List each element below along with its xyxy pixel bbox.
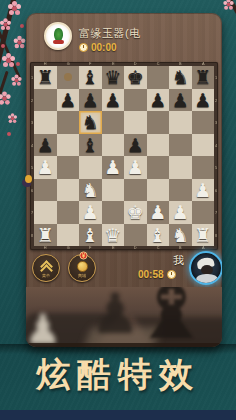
square-r8c7[interactable]: ♞	[169, 224, 192, 247]
white-knight[interactable]: ♞	[79, 179, 102, 202]
square-r7c1[interactable]	[34, 201, 57, 224]
white-pawn[interactable]: ♟	[34, 156, 57, 179]
game-panel: 富缘玉器(电 00:00 HGFEDCBA HGFEDCBA 12345678 …	[26, 13, 222, 347]
black-pawn[interactable]: ♟	[79, 89, 102, 112]
white-pawn[interactable]: ♟	[192, 179, 215, 202]
square-r5c6[interactable]	[147, 156, 170, 179]
white-bishop[interactable]: ♝	[79, 224, 102, 247]
square-r4c6[interactable]	[147, 134, 170, 157]
square-r7c6[interactable]: ♟	[147, 201, 170, 224]
black-pawn[interactable]: ♟	[192, 89, 215, 112]
square-r3c1[interactable]	[34, 111, 57, 134]
square-r3c4[interactable]	[102, 111, 125, 134]
square-r4c8[interactable]	[192, 134, 215, 157]
square-r7c8[interactable]	[192, 201, 215, 224]
white-pawn[interactable]: ♟	[102, 156, 125, 179]
square-r8c6[interactable]: ♝	[147, 224, 170, 247]
square-r1c7[interactable]: ♞	[169, 66, 192, 89]
square-r2c6[interactable]: ♟	[147, 89, 170, 112]
square-r3c8[interactable]	[192, 111, 215, 134]
square-r7c4[interactable]	[102, 201, 125, 224]
bottom-edge-strip	[0, 410, 236, 420]
square-r4c1[interactable]: ♟	[34, 134, 57, 157]
square-r2c3[interactable]: ♟	[79, 89, 102, 112]
square-r5c4[interactable]: ♟	[102, 156, 125, 179]
black-rook[interactable]: ♜	[192, 66, 215, 89]
square-r7c5[interactable]: ♚	[124, 201, 147, 224]
white-rook[interactable]: ♜	[192, 224, 215, 247]
square-r5c3[interactable]	[79, 156, 102, 179]
white-pawn[interactable]: ♟	[169, 201, 192, 224]
black-pawn[interactable]: ♟	[34, 134, 57, 157]
black-pawn[interactable]: ♟	[124, 134, 147, 157]
square-r2c5[interactable]	[124, 89, 147, 112]
opponent-clock: 00:00	[79, 42, 117, 53]
blurred-promo-scene: ♟ ♟ ♝	[26, 287, 222, 347]
coin-icon	[77, 261, 88, 272]
square-r8c5[interactable]	[124, 224, 147, 247]
square-r8c2[interactable]	[57, 224, 80, 247]
square-r5c1[interactable]: ♟	[34, 156, 57, 179]
black-bishop[interactable]: ♝	[79, 66, 102, 89]
white-pawn[interactable]: ♟	[79, 201, 102, 224]
white-bishop[interactable]: ♝	[147, 224, 170, 247]
black-bishop[interactable]: ♝	[79, 134, 102, 157]
chess-board: HGFEDCBA HGFEDCBA 12345678 12345678 ♜♝♛♚…	[30, 62, 218, 250]
white-knight[interactable]: ♞	[169, 224, 192, 247]
square-r2c8[interactable]: ♟	[192, 89, 215, 112]
square-r3c2[interactable]	[57, 111, 80, 134]
square-r7c3[interactable]: ♟	[79, 201, 102, 224]
last-move-from-dot	[64, 73, 72, 81]
black-rook[interactable]: ♜	[34, 66, 57, 89]
jade-base	[53, 40, 64, 44]
square-r6c2[interactable]	[57, 179, 80, 202]
square-r8c4[interactable]: ♛	[102, 224, 125, 247]
square-r1c3[interactable]: ♝	[79, 66, 102, 89]
square-r8c3[interactable]: ♝	[79, 224, 102, 247]
square-r8c8[interactable]: ♜	[192, 224, 215, 247]
square-r2c1[interactable]	[34, 89, 57, 112]
white-queen[interactable]: ♛	[102, 224, 125, 247]
square-r2c4[interactable]: ♟	[102, 89, 125, 112]
shop-button[interactable]: ¥ 商城	[68, 254, 96, 282]
square-r6c8[interactable]: ♟	[192, 179, 215, 202]
board-grid: ♜♝♛♚♞♜♟♟♟♟♟♟♞♟♝♟♟♟♟♞♟♟♚♟♟♜♝♛♝♞♜	[34, 66, 214, 246]
alarm-clock-icon	[79, 43, 88, 52]
black-knight[interactable]: ♞	[169, 66, 192, 89]
me-time: 00:58	[138, 269, 164, 280]
white-king[interactable]: ♚	[124, 201, 147, 224]
square-r8c1[interactable]: ♜	[34, 224, 57, 247]
square-r4c5[interactable]: ♟	[124, 134, 147, 157]
black-queen[interactable]: ♛	[102, 66, 125, 89]
square-r1c2[interactable]	[57, 66, 80, 89]
blurred-dark-bishop: ♝	[130, 287, 212, 347]
me-clock: 00:58	[138, 269, 176, 280]
opponent-avatar[interactable]	[44, 22, 72, 50]
file-labels-bottom: HGFEDCBA	[34, 246, 214, 250]
bird-ornament	[22, 175, 33, 188]
shop-button-label: 商城	[74, 273, 89, 279]
square-r2c2[interactable]: ♟	[57, 89, 80, 112]
square-r7c7[interactable]: ♟	[169, 201, 192, 224]
square-r6c4[interactable]	[102, 179, 125, 202]
square-r5c8[interactable]	[192, 156, 215, 179]
square-r2c7[interactable]: ♟	[169, 89, 192, 112]
square-r3c3[interactable]: ♞	[79, 111, 102, 134]
square-r6c1[interactable]	[34, 179, 57, 202]
alarm-clock-icon	[167, 270, 176, 279]
square-r3c7[interactable]	[169, 111, 192, 134]
square-r4c7[interactable]	[169, 134, 192, 157]
square-r7c2[interactable]	[57, 201, 80, 224]
opponent-name: 富缘玉器(电	[79, 26, 141, 41]
shop-badge: ¥	[79, 251, 87, 259]
black-pawn[interactable]: ♟	[147, 89, 170, 112]
blurred-white-piece: ♟	[26, 305, 62, 347]
black-king[interactable]: ♚	[124, 66, 147, 89]
menu-button-label: 菜单	[38, 273, 53, 279]
promo-caption: 炫酷特效	[0, 352, 236, 398]
black-pawn[interactable]: ♟	[169, 89, 192, 112]
black-pawn[interactable]: ♟	[57, 89, 80, 112]
square-r4c4[interactable]	[102, 134, 125, 157]
my-avatar[interactable]	[189, 251, 222, 285]
square-r6c7[interactable]	[169, 179, 192, 202]
black-pawn[interactable]: ♟	[102, 89, 125, 112]
opponent-time: 00:00	[91, 42, 117, 53]
square-r4c3[interactable]: ♝	[79, 134, 102, 157]
square-r1c8[interactable]: ♜	[192, 66, 215, 89]
white-rook[interactable]: ♜	[34, 224, 57, 247]
black-knight[interactable]: ♞	[79, 111, 102, 134]
square-r1c5[interactable]: ♚	[124, 66, 147, 89]
square-r5c5[interactable]: ♟	[124, 156, 147, 179]
square-r6c3[interactable]: ♞	[79, 179, 102, 202]
square-r6c5[interactable]	[124, 179, 147, 202]
square-r1c6[interactable]	[147, 66, 170, 89]
square-r3c6[interactable]	[147, 111, 170, 134]
square-r5c2[interactable]	[57, 156, 80, 179]
square-r1c1[interactable]: ♜	[34, 66, 57, 89]
me-label: 我	[158, 253, 184, 268]
square-r4c2[interactable]	[57, 134, 80, 157]
rank-labels-right: 12345678	[214, 66, 218, 246]
white-pawn[interactable]: ♟	[124, 156, 147, 179]
square-r6c6[interactable]	[147, 179, 170, 202]
menu-button[interactable]: 菜单	[32, 254, 60, 282]
square-r1c4[interactable]: ♛	[102, 66, 125, 89]
square-r3c5[interactable]	[124, 111, 147, 134]
white-pawn[interactable]: ♟	[147, 201, 170, 224]
square-r5c7[interactable]	[169, 156, 192, 179]
